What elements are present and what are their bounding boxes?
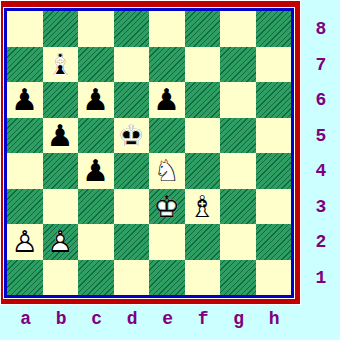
square-d5[interactable]: ♚♔ — [114, 118, 150, 154]
square-c8[interactable] — [78, 11, 114, 47]
knight-outline-icon: ♘ — [149, 153, 185, 189]
bishop-outline-icon: ♗ — [43, 47, 79, 83]
white-pawn-a2[interactable]: ♟♙ — [7, 224, 43, 260]
file-label-h: h — [257, 303, 293, 335]
black-pawn-c6[interactable]: ♟ — [78, 82, 114, 118]
file-label-d: d — [115, 303, 151, 335]
square-g3[interactable] — [220, 189, 256, 225]
chess-board: ♝♗♟♟♟♟♚♔♟♞♘♚♔♝♗♟♙♟♙ — [7, 11, 291, 295]
black-bishop-b7[interactable]: ♝♗ — [43, 47, 79, 83]
square-c7[interactable] — [78, 47, 114, 83]
square-g6[interactable] — [220, 82, 256, 118]
square-a8[interactable] — [7, 11, 43, 47]
square-h7[interactable] — [256, 47, 292, 83]
square-a6[interactable]: ♟ — [7, 82, 43, 118]
file-label-b: b — [44, 303, 80, 335]
file-labels: abcdefgh — [8, 303, 292, 335]
rank-labels: 87654321 — [308, 12, 334, 296]
square-d2[interactable] — [114, 224, 150, 260]
rank-label-3: 3 — [308, 190, 334, 226]
square-d4[interactable] — [114, 153, 150, 189]
square-e8[interactable] — [149, 11, 185, 47]
white-knight-e4[interactable]: ♞♘ — [149, 153, 185, 189]
black-king-d5[interactable]: ♚♔ — [114, 118, 150, 154]
file-label-f: f — [186, 303, 222, 335]
bishop-outline-icon: ♗ — [185, 189, 221, 225]
square-a2[interactable]: ♟♙ — [7, 224, 43, 260]
square-h1[interactable] — [256, 260, 292, 296]
pawn-icon: ♟ — [7, 82, 43, 118]
square-h4[interactable] — [256, 153, 292, 189]
black-pawn-c4[interactable]: ♟ — [78, 153, 114, 189]
square-g8[interactable] — [220, 11, 256, 47]
square-e4[interactable]: ♞♘ — [149, 153, 185, 189]
square-a3[interactable] — [7, 189, 43, 225]
square-f4[interactable] — [185, 153, 221, 189]
white-pawn-b2[interactable]: ♟♙ — [43, 224, 79, 260]
square-b2[interactable]: ♟♙ — [43, 224, 79, 260]
pawn-icon: ♟ — [43, 118, 79, 154]
rank-label-8: 8 — [308, 12, 334, 48]
square-f6[interactable] — [185, 82, 221, 118]
square-h3[interactable] — [256, 189, 292, 225]
square-b5[interactable]: ♟ — [43, 118, 79, 154]
square-f1[interactable] — [185, 260, 221, 296]
square-c6[interactable]: ♟ — [78, 82, 114, 118]
white-bishop-f3[interactable]: ♝♗ — [185, 189, 221, 225]
square-d7[interactable] — [114, 47, 150, 83]
square-g2[interactable] — [220, 224, 256, 260]
pawn-icon: ♟ — [78, 153, 114, 189]
square-c3[interactable] — [78, 189, 114, 225]
rank-label-7: 7 — [308, 48, 334, 84]
pawn-icon: ♟ — [78, 82, 114, 118]
black-pawn-b5[interactable]: ♟ — [43, 118, 79, 154]
file-label-c: c — [79, 303, 115, 335]
square-d3[interactable] — [114, 189, 150, 225]
square-f8[interactable] — [185, 11, 221, 47]
square-f7[interactable] — [185, 47, 221, 83]
square-c1[interactable] — [78, 260, 114, 296]
square-g5[interactable] — [220, 118, 256, 154]
square-b1[interactable] — [43, 260, 79, 296]
square-b6[interactable] — [43, 82, 79, 118]
square-b7[interactable]: ♝♗ — [43, 47, 79, 83]
black-pawn-a6[interactable]: ♟ — [7, 82, 43, 118]
square-c2[interactable] — [78, 224, 114, 260]
rank-label-1: 1 — [308, 261, 334, 297]
square-c5[interactable] — [78, 118, 114, 154]
square-a4[interactable] — [7, 153, 43, 189]
square-g7[interactable] — [220, 47, 256, 83]
square-e2[interactable] — [149, 224, 185, 260]
board-inner-frame: ♝♗♟♟♟♟♚♔♟♞♘♚♔♝♗♟♙♟♙ — [4, 8, 294, 298]
square-d1[interactable] — [114, 260, 150, 296]
square-e6[interactable]: ♟ — [149, 82, 185, 118]
square-e3[interactable]: ♚♔ — [149, 189, 185, 225]
pawn-outline-icon: ♙ — [7, 224, 43, 260]
square-f3[interactable]: ♝♗ — [185, 189, 221, 225]
square-b4[interactable] — [43, 153, 79, 189]
square-h5[interactable] — [256, 118, 292, 154]
file-label-e: e — [150, 303, 186, 335]
square-e5[interactable] — [149, 118, 185, 154]
king-outline-icon: ♔ — [149, 189, 185, 225]
chess-diagram-frame: ♝♗♟♟♟♟♚♔♟♞♘♚♔♝♗♟♙♟♙ — [0, 0, 301, 305]
square-f2[interactable] — [185, 224, 221, 260]
rank-label-5: 5 — [308, 119, 334, 155]
square-h6[interactable] — [256, 82, 292, 118]
page-background: ♝♗♟♟♟♟♚♔♟♞♘♚♔♝♗♟♙♟♙ 87654321 abcdefgh — [0, 0, 340, 340]
rank-label-2: 2 — [308, 225, 334, 261]
pawn-outline-icon: ♙ — [43, 224, 79, 260]
square-e7[interactable] — [149, 47, 185, 83]
king-outline-icon: ♔ — [114, 118, 150, 154]
rank-label-6: 6 — [308, 83, 334, 119]
square-a1[interactable] — [7, 260, 43, 296]
square-b8[interactable] — [43, 11, 79, 47]
file-label-g: g — [221, 303, 257, 335]
square-a5[interactable] — [7, 118, 43, 154]
square-e1[interactable] — [149, 260, 185, 296]
square-b3[interactable] — [43, 189, 79, 225]
black-pawn-e6[interactable]: ♟ — [149, 82, 185, 118]
square-f5[interactable] — [185, 118, 221, 154]
rank-label-4: 4 — [308, 154, 334, 190]
square-a7[interactable] — [7, 47, 43, 83]
square-g4[interactable] — [220, 153, 256, 189]
square-d6[interactable] — [114, 82, 150, 118]
pawn-icon: ♟ — [149, 82, 185, 118]
square-c4[interactable]: ♟ — [78, 153, 114, 189]
square-g1[interactable] — [220, 260, 256, 296]
square-h8[interactable] — [256, 11, 292, 47]
file-label-a: a — [8, 303, 44, 335]
square-h2[interactable] — [256, 224, 292, 260]
square-d8[interactable] — [114, 11, 150, 47]
white-king-e3[interactable]: ♚♔ — [149, 189, 185, 225]
